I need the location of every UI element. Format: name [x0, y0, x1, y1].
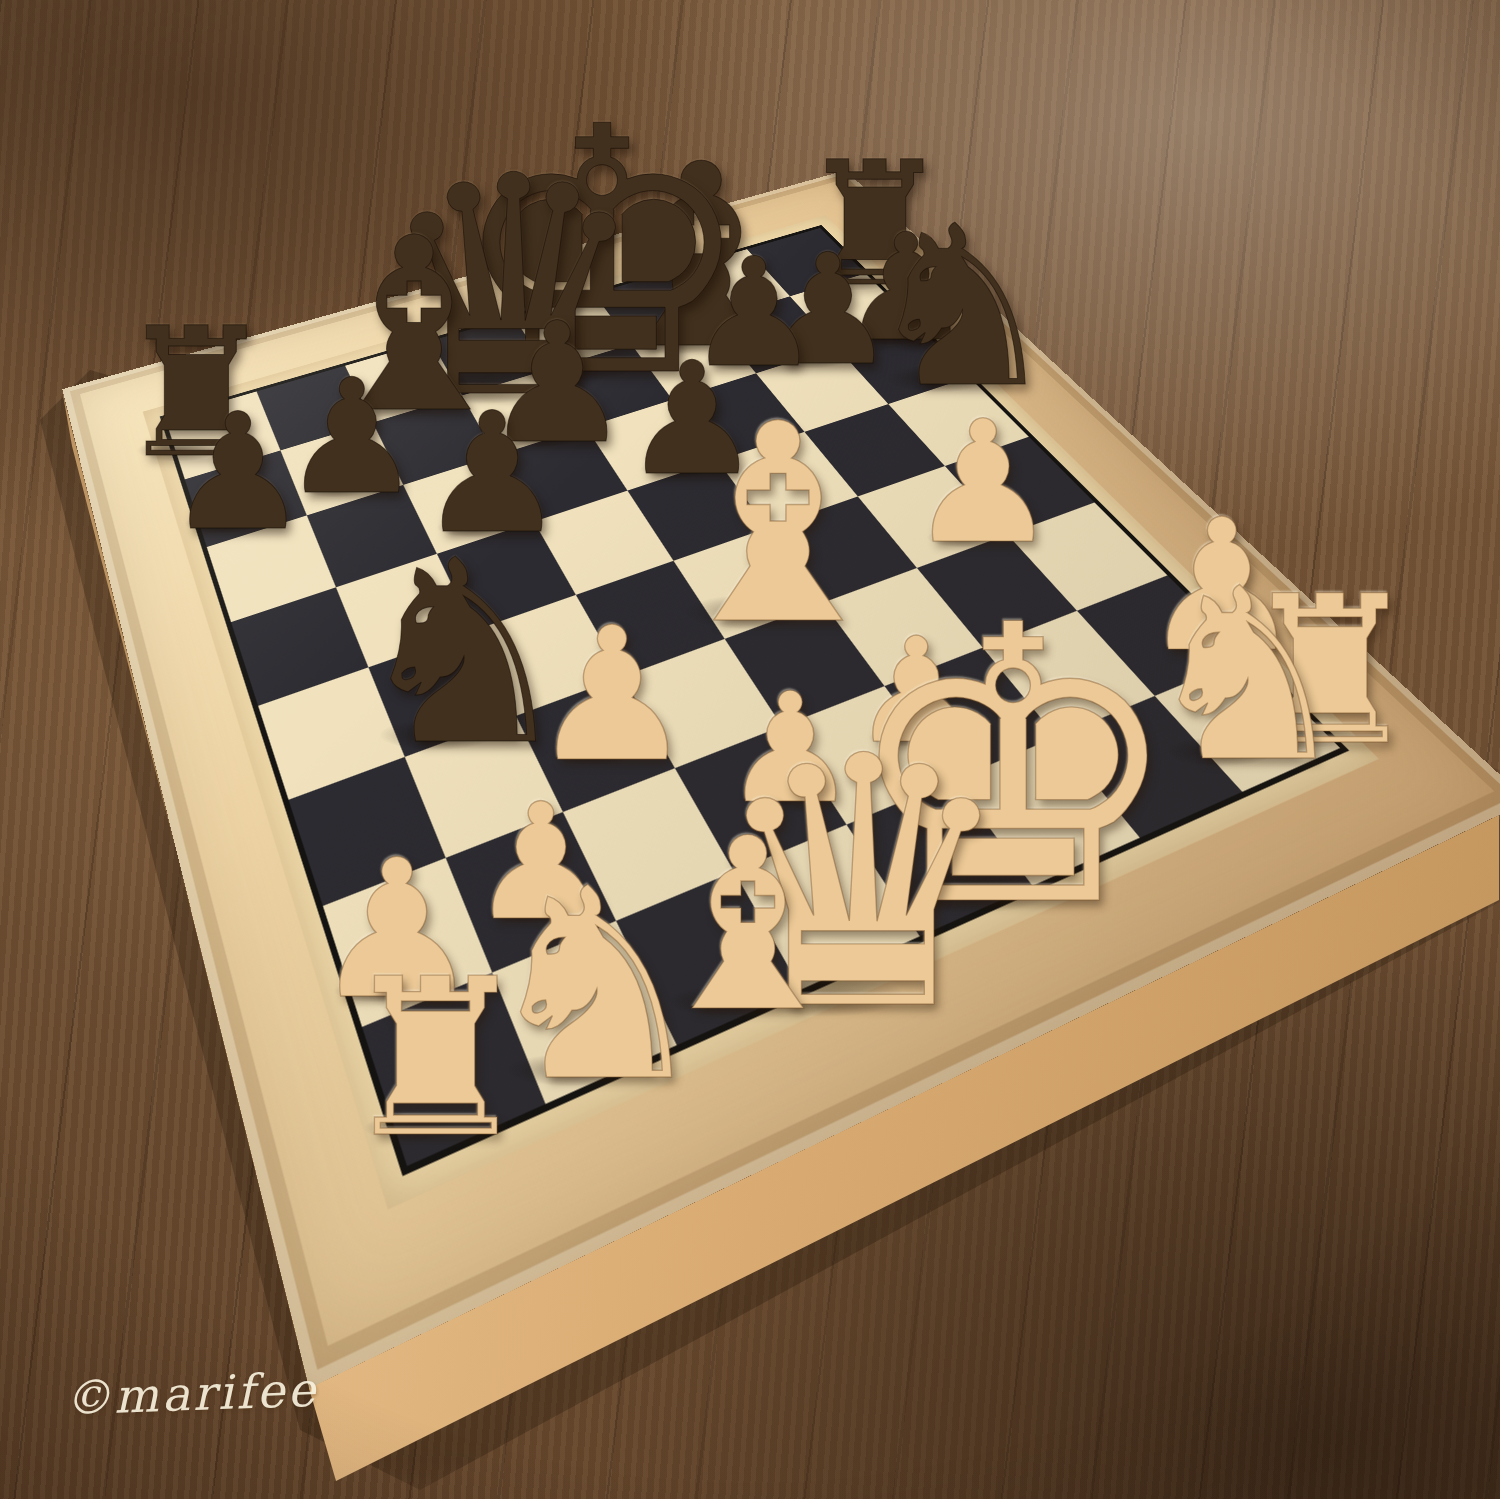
- watermark: ©marifee: [63, 1362, 319, 1426]
- photo-scene: ♜♟♟♝♛♚♝♜♟♟♟♟♟♟♞♞♜♞♟♟♝♛♚♟♟♟♟♝♟♞♜ ©marifee: [0, 0, 1500, 1499]
